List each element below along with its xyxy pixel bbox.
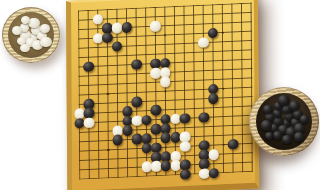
hoshi-point — [165, 146, 167, 149]
stone-white[interactable] — [160, 76, 171, 87]
stone-black[interactable] — [112, 135, 123, 146]
stone-white[interactable] — [84, 117, 95, 128]
bowl-stone-black — [263, 105, 273, 114]
stone-white[interactable] — [92, 14, 103, 25]
bowl-stone-white — [20, 44, 29, 53]
stone-white[interactable] — [150, 21, 161, 32]
stone-white[interactable] — [180, 141, 191, 152]
bowl-stone-black — [289, 101, 300, 111]
hoshi-point — [164, 34, 166, 37]
bowl-stone-black — [261, 120, 272, 130]
hoshi-point — [221, 31, 223, 34]
bowl-stone-white — [40, 37, 52, 48]
stone-black[interactable] — [208, 27, 219, 38]
bowl-stone-black — [300, 115, 309, 123]
scene-background — [0, 0, 320, 190]
hoshi-point — [222, 87, 224, 90]
black-bowl-interior — [256, 93, 312, 150]
hoshi-point — [107, 93, 109, 96]
stone-black[interactable] — [151, 105, 162, 116]
stone-black[interactable] — [199, 112, 210, 123]
black-stone-bowl — [249, 87, 319, 156]
bowl-stone-black — [294, 132, 305, 142]
stone-black[interactable] — [208, 93, 219, 104]
bowl-stone-white — [40, 24, 50, 33]
stone-black[interactable] — [180, 113, 191, 124]
stone-black[interactable] — [121, 22, 132, 33]
stone-white[interactable] — [209, 149, 220, 160]
stone-black[interactable] — [131, 59, 142, 70]
bowl-stone-black — [282, 135, 292, 144]
stone-black[interactable] — [141, 115, 152, 126]
stone-black[interactable] — [83, 61, 94, 72]
stone-black[interactable] — [131, 96, 142, 107]
hoshi-point — [222, 144, 224, 147]
bowl-stone-black — [273, 131, 282, 140]
bowl-stone-white — [28, 18, 39, 28]
stone-black[interactable] — [112, 41, 123, 52]
go-board — [66, 0, 259, 190]
stone-black[interactable] — [180, 169, 191, 180]
hoshi-point — [107, 149, 109, 152]
stone-black[interactable] — [102, 32, 113, 43]
stone-black[interactable] — [209, 168, 220, 179]
hoshi-point — [164, 90, 166, 93]
go-grid[interactable] — [78, 3, 253, 180]
stone-white[interactable] — [198, 37, 209, 48]
white-bowl-interior — [8, 12, 54, 58]
bowl-stone-black — [265, 132, 274, 140]
stone-black[interactable] — [228, 139, 239, 150]
stone-black[interactable] — [122, 125, 133, 136]
bowl-stone-black — [278, 95, 289, 105]
white-stone-bowl — [2, 7, 60, 63]
